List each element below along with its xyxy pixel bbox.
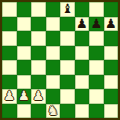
square-d4[interactable] [46,60,61,75]
square-b2[interactable]: ♟ [17,89,32,104]
black-bishop-piece[interactable]: ♝ [61,2,73,17]
square-h6[interactable] [104,31,119,46]
square-g5[interactable] [89,46,104,61]
square-e7[interactable] [60,17,75,32]
square-b6[interactable] [17,31,32,46]
square-a3[interactable] [2,75,17,90]
square-g6[interactable] [89,31,104,46]
black-pawn-piece[interactable]: ♟ [76,17,88,32]
square-c6[interactable] [31,31,46,46]
square-e1[interactable] [60,104,75,119]
square-h7[interactable]: ♟ [104,17,119,32]
square-g2[interactable] [89,89,104,104]
square-c3[interactable] [31,75,46,90]
square-a5[interactable] [2,46,17,61]
square-g3[interactable] [89,75,104,90]
square-h2[interactable] [104,89,119,104]
square-h4[interactable] [104,60,119,75]
white-pawn-piece[interactable]: ♟ [3,89,15,104]
square-d8[interactable] [46,2,61,17]
square-d7[interactable] [46,17,61,32]
square-h3[interactable] [104,75,119,90]
square-f7[interactable]: ♟ [75,17,90,32]
square-a6[interactable] [2,31,17,46]
square-f1[interactable] [75,104,90,119]
square-a7[interactable] [2,17,17,32]
square-g7[interactable]: ♟ [89,17,104,32]
square-e5[interactable] [60,46,75,61]
square-f3[interactable] [75,75,90,90]
black-pawn-piece[interactable]: ♟ [105,17,117,32]
chess-board: ♝♟♟♟♟♟♟♞ [0,0,120,120]
square-a8[interactable] [2,2,17,17]
square-f5[interactable] [75,46,90,61]
square-c2[interactable]: ♟ [31,89,46,104]
square-b1[interactable] [17,104,32,119]
square-h1[interactable] [104,104,119,119]
white-pawn-piece[interactable]: ♟ [32,89,44,104]
square-c1[interactable] [31,104,46,119]
square-d6[interactable] [46,31,61,46]
square-e6[interactable] [60,31,75,46]
square-e8[interactable]: ♝ [60,2,75,17]
square-f4[interactable] [75,60,90,75]
square-b4[interactable] [17,60,32,75]
square-b3[interactable] [17,75,32,90]
square-e4[interactable] [60,60,75,75]
square-e3[interactable] [60,75,75,90]
square-b8[interactable] [17,2,32,17]
square-h5[interactable] [104,46,119,61]
square-a2[interactable]: ♟ [2,89,17,104]
square-a4[interactable] [2,60,17,75]
square-f2[interactable] [75,89,90,104]
square-c7[interactable] [31,17,46,32]
square-e2[interactable] [60,89,75,104]
square-h8[interactable] [104,2,119,17]
black-pawn-piece[interactable]: ♟ [90,17,102,32]
square-f8[interactable] [75,2,90,17]
square-a1[interactable] [2,104,17,119]
square-g4[interactable] [89,60,104,75]
square-d1[interactable]: ♞ [46,104,61,119]
square-c4[interactable] [31,60,46,75]
square-g8[interactable] [89,2,104,17]
square-d2[interactable] [46,89,61,104]
square-b7[interactable] [17,17,32,32]
square-f6[interactable] [75,31,90,46]
white-knight-piece[interactable]: ♞ [47,104,59,119]
square-b5[interactable] [17,46,32,61]
square-d3[interactable] [46,75,61,90]
square-c5[interactable] [31,46,46,61]
white-pawn-piece[interactable]: ♟ [18,89,30,104]
square-c8[interactable] [31,2,46,17]
square-g1[interactable] [89,104,104,119]
square-d5[interactable] [46,46,61,61]
